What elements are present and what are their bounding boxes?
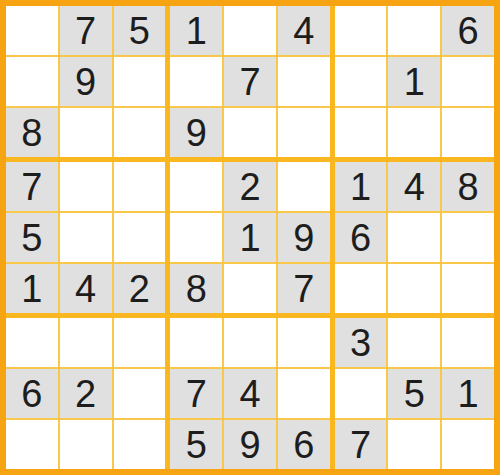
cell-r4c8-given-digit[interactable]: 4: [388, 162, 440, 211]
cell-r4c9-given-digit[interactable]: 8: [442, 162, 494, 211]
cell-r6c4-given-digit[interactable]: 8: [170, 264, 222, 313]
cell-r4c2-empty[interactable]: [60, 162, 112, 211]
cell-r5c5-given-digit[interactable]: 1: [224, 213, 276, 262]
cell-r6c3-given-digit[interactable]: 2: [114, 264, 166, 313]
cell-r4c1-given-digit[interactable]: 7: [6, 162, 58, 211]
cell-r2c8-given-digit[interactable]: 1: [388, 57, 440, 106]
cell-r8c7-empty[interactable]: [335, 369, 387, 418]
cell-r9c8-empty[interactable]: [388, 420, 440, 469]
cell-r6c7-empty[interactable]: [335, 264, 387, 313]
cell-r6c9-empty[interactable]: [442, 264, 494, 313]
cell-r8c8-given-digit[interactable]: 5: [388, 369, 440, 418]
cell-r9c5-given-digit[interactable]: 9: [224, 420, 276, 469]
cell-r7c5-empty[interactable]: [224, 318, 276, 367]
cell-r1c4-given-digit[interactable]: 1: [170, 6, 222, 55]
box-r3c1: 62: [6, 318, 165, 469]
cell-r6c1-given-digit[interactable]: 1: [6, 264, 58, 313]
cell-r8c9-given-digit[interactable]: 1: [442, 369, 494, 418]
cell-r6c5-empty[interactable]: [224, 264, 276, 313]
cell-r1c2-given-digit[interactable]: 7: [60, 6, 112, 55]
cell-r4c3-empty[interactable]: [114, 162, 166, 211]
cell-r1c1-empty[interactable]: [6, 6, 58, 55]
cell-r3c8-empty[interactable]: [388, 108, 440, 157]
cell-r9c7-given-digit[interactable]: 7: [335, 420, 387, 469]
cell-r1c7-empty[interactable]: [335, 6, 387, 55]
cell-r5c9-empty[interactable]: [442, 213, 494, 262]
box-r1c3: 61: [335, 6, 494, 157]
cell-r2c3-empty[interactable]: [114, 57, 166, 106]
cell-r7c1-empty[interactable]: [6, 318, 58, 367]
cell-r7c3-empty[interactable]: [114, 318, 166, 367]
cell-r6c6-given-digit[interactable]: 7: [278, 264, 330, 313]
cell-r6c2-given-digit[interactable]: 4: [60, 264, 112, 313]
cell-r5c8-empty[interactable]: [388, 213, 440, 262]
cell-r8c3-empty[interactable]: [114, 369, 166, 418]
box-r1c1: 7598: [6, 6, 165, 157]
cell-r3c1-given-digit[interactable]: 8: [6, 108, 58, 157]
box-r2c1: 75142: [6, 162, 165, 313]
cell-r9c1-empty[interactable]: [6, 420, 58, 469]
box-r1c2: 1479: [170, 6, 329, 157]
cell-r3c3-empty[interactable]: [114, 108, 166, 157]
cell-r8c4-given-digit[interactable]: 7: [170, 369, 222, 418]
sudoku-board: 75981479617514221987148662745963517: [0, 0, 500, 475]
cell-r1c9-given-digit[interactable]: 6: [442, 6, 494, 55]
cell-r3c9-empty[interactable]: [442, 108, 494, 157]
cell-r5c3-empty[interactable]: [114, 213, 166, 262]
cell-r5c6-given-digit[interactable]: 9: [278, 213, 330, 262]
cell-r2c1-empty[interactable]: [6, 57, 58, 106]
cell-r8c1-given-digit[interactable]: 6: [6, 369, 58, 418]
cell-r3c4-given-digit[interactable]: 9: [170, 108, 222, 157]
cell-r3c6-empty[interactable]: [278, 108, 330, 157]
cell-r4c5-given-digit[interactable]: 2: [224, 162, 276, 211]
cell-r6c8-empty[interactable]: [388, 264, 440, 313]
cell-r7c9-empty[interactable]: [442, 318, 494, 367]
cell-r2c4-empty[interactable]: [170, 57, 222, 106]
cell-r2c6-empty[interactable]: [278, 57, 330, 106]
cell-r9c4-given-digit[interactable]: 5: [170, 420, 222, 469]
cell-r7c2-empty[interactable]: [60, 318, 112, 367]
box-r3c3: 3517: [335, 318, 494, 469]
cell-r4c7-given-digit[interactable]: 1: [335, 162, 387, 211]
box-r2c2: 21987: [170, 162, 329, 313]
cell-r8c2-given-digit[interactable]: 2: [60, 369, 112, 418]
cell-r5c4-empty[interactable]: [170, 213, 222, 262]
cell-r2c5-given-digit[interactable]: 7: [224, 57, 276, 106]
cell-r1c3-given-digit[interactable]: 5: [114, 6, 166, 55]
cell-r5c1-given-digit[interactable]: 5: [6, 213, 58, 262]
cell-r8c6-empty[interactable]: [278, 369, 330, 418]
cell-r9c6-given-digit[interactable]: 6: [278, 420, 330, 469]
cell-r2c2-given-digit[interactable]: 9: [60, 57, 112, 106]
cell-r4c4-empty[interactable]: [170, 162, 222, 211]
cell-r1c8-empty[interactable]: [388, 6, 440, 55]
cell-r3c5-empty[interactable]: [224, 108, 276, 157]
cell-r1c6-given-digit[interactable]: 4: [278, 6, 330, 55]
cell-r9c3-empty[interactable]: [114, 420, 166, 469]
cell-r5c7-given-digit[interactable]: 6: [335, 213, 387, 262]
cell-r1c5-empty[interactable]: [224, 6, 276, 55]
cell-r7c7-given-digit[interactable]: 3: [335, 318, 387, 367]
cell-r4c6-empty[interactable]: [278, 162, 330, 211]
cell-r2c9-empty[interactable]: [442, 57, 494, 106]
cell-r2c7-empty[interactable]: [335, 57, 387, 106]
cell-r7c4-empty[interactable]: [170, 318, 222, 367]
cell-r5c2-empty[interactable]: [60, 213, 112, 262]
cell-r9c9-empty[interactable]: [442, 420, 494, 469]
cell-r7c8-empty[interactable]: [388, 318, 440, 367]
box-r2c3: 1486: [335, 162, 494, 313]
cell-r7c6-empty[interactable]: [278, 318, 330, 367]
cell-r9c2-empty[interactable]: [60, 420, 112, 469]
cell-r3c7-empty[interactable]: [335, 108, 387, 157]
cell-r8c5-given-digit[interactable]: 4: [224, 369, 276, 418]
box-r3c2: 74596: [170, 318, 329, 469]
cell-r3c2-empty[interactable]: [60, 108, 112, 157]
